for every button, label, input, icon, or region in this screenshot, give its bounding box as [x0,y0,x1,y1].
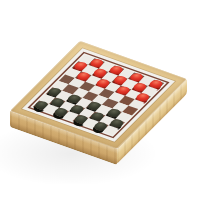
checkers-set-photo [0,0,205,210]
